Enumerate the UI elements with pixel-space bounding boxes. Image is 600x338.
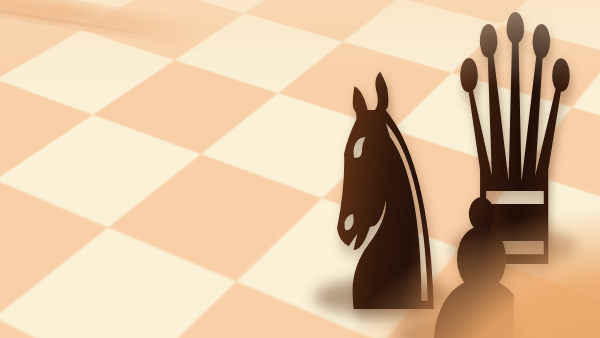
chess-photo-scene: ♛ ♞ ♟ <box>0 0 600 338</box>
black-pawn-piece: ♟ <box>410 172 514 338</box>
